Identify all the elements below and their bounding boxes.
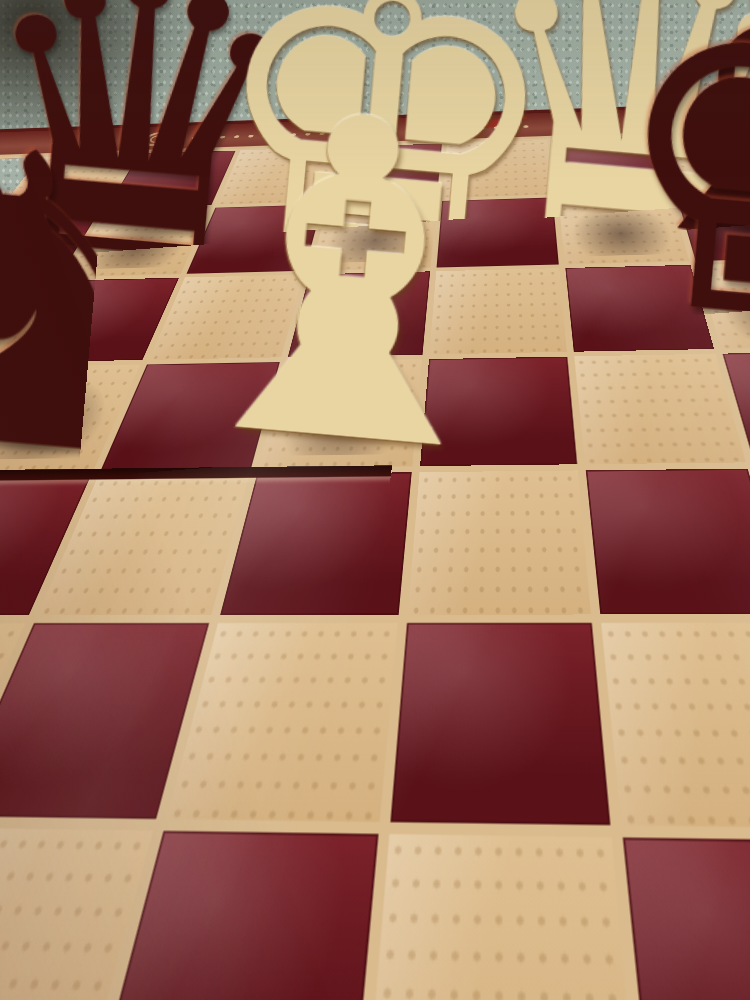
square-b5[interactable]: ♞ (0, 365, 140, 472)
square-d5[interactable]: ♝ (259, 359, 422, 468)
photo-scene: ♜♛♚♛♝♟♚♞♝ (0, 0, 750, 1000)
square-g6[interactable]: ♚ (697, 262, 750, 349)
board-rotation-wrapper: ♜♛♚♛♝♟♚♞♝ (0, 0, 750, 1000)
square-d4[interactable] (220, 472, 412, 615)
white-bishop[interactable]: ♝ (139, 87, 565, 482)
square-f5[interactable] (574, 354, 746, 464)
square-f4[interactable] (586, 469, 750, 615)
square-e2[interactable] (365, 834, 640, 1000)
square-f2[interactable] (623, 837, 750, 1000)
board-grid: ♜♛♚♛♝♟♚♞♝ (0, 129, 750, 1000)
black-king[interactable]: ♚ (586, 0, 750, 364)
square-f3[interactable] (601, 623, 750, 829)
square-e3[interactable] (390, 623, 610, 825)
square-e4[interactable] (408, 470, 591, 614)
chess-board: ♜♛♚♛♝♟♚♞♝ (0, 129, 750, 1000)
square-d3[interactable] (167, 623, 398, 822)
